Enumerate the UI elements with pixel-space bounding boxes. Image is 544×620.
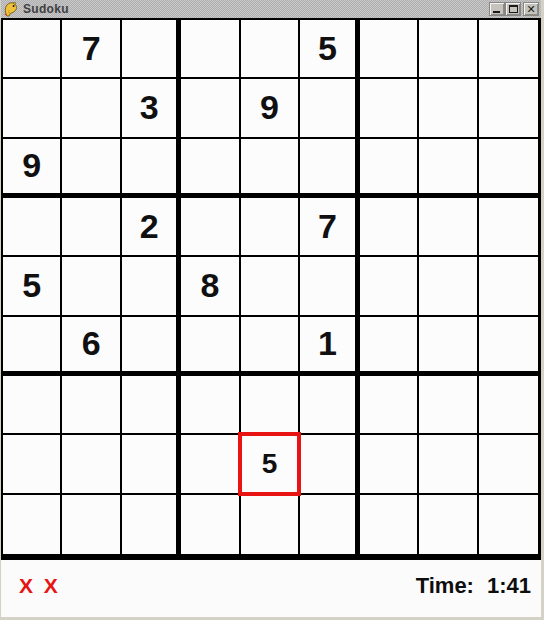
cell-r7c4[interactable] xyxy=(181,376,240,435)
cell-r8c8[interactable] xyxy=(419,435,478,494)
cell-r8c5[interactable]: 5 xyxy=(241,435,300,494)
title-bar[interactable]: Sudoku ✕ xyxy=(1,0,541,18)
app-icon xyxy=(3,1,19,17)
cell-r6c6[interactable]: 1 xyxy=(300,317,359,376)
maximize-icon xyxy=(509,5,518,13)
cell-r1c7[interactable] xyxy=(360,20,419,79)
cell-r5c3[interactable] xyxy=(122,257,181,316)
cell-r1c8[interactable] xyxy=(419,20,478,79)
cell-r6c5[interactable] xyxy=(241,317,300,376)
cell-r1c4[interactable] xyxy=(181,20,240,79)
cell-r7c8[interactable] xyxy=(419,376,478,435)
timer-value: 1:41 xyxy=(487,573,531,599)
cell-r4c1[interactable] xyxy=(3,198,62,257)
cell-r5c6[interactable] xyxy=(300,257,359,316)
cell-r5c8[interactable] xyxy=(419,257,478,316)
sudoku-window: Sudoku ✕ 753992758615 X X Time: 1:41 xyxy=(0,0,544,620)
close-button[interactable]: ✕ xyxy=(523,2,539,16)
cell-r2c7[interactable] xyxy=(360,79,419,138)
cell-r4c8[interactable] xyxy=(419,198,478,257)
cell-r3c5[interactable] xyxy=(241,139,300,198)
minimize-icon xyxy=(493,11,500,13)
close-icon: ✕ xyxy=(526,4,535,15)
window-title: Sudoku xyxy=(23,2,69,16)
cell-r4c6[interactable]: 7 xyxy=(300,198,359,257)
cell-r2c1[interactable] xyxy=(3,79,62,138)
cell-r3c3[interactable] xyxy=(122,139,181,198)
timer: Time: 1:41 xyxy=(416,573,531,599)
cell-r4c5[interactable] xyxy=(241,198,300,257)
cell-r2c9[interactable] xyxy=(479,79,538,138)
cell-r2c4[interactable] xyxy=(181,79,240,138)
cell-r5c4[interactable]: 8 xyxy=(181,257,240,316)
cell-r3c7[interactable] xyxy=(360,139,419,198)
cell-r6c7[interactable] xyxy=(360,317,419,376)
cell-r5c9[interactable] xyxy=(479,257,538,316)
cell-r7c6[interactable] xyxy=(300,376,359,435)
cell-r1c3[interactable] xyxy=(122,20,181,79)
cell-r8c2[interactable] xyxy=(62,435,121,494)
cell-r6c4[interactable] xyxy=(181,317,240,376)
cell-r4c9[interactable] xyxy=(479,198,538,257)
cell-r2c8[interactable] xyxy=(419,79,478,138)
cell-r9c3[interactable] xyxy=(122,495,181,554)
cell-r9c8[interactable] xyxy=(419,495,478,554)
cell-r1c9[interactable] xyxy=(479,20,538,79)
cell-r3c8[interactable] xyxy=(419,139,478,198)
cell-r7c7[interactable] xyxy=(360,376,419,435)
cell-r6c9[interactable] xyxy=(479,317,538,376)
cell-r3c9[interactable] xyxy=(479,139,538,198)
cell-r7c3[interactable] xyxy=(122,376,181,435)
cell-r6c1[interactable] xyxy=(3,317,62,376)
cell-r1c6[interactable]: 5 xyxy=(300,20,359,79)
cell-r5c5[interactable] xyxy=(241,257,300,316)
cell-r9c9[interactable] xyxy=(479,495,538,554)
cell-r5c1[interactable]: 5 xyxy=(3,257,62,316)
cell-r3c6[interactable] xyxy=(300,139,359,198)
sudoku-grid: 753992758615 xyxy=(1,18,541,560)
cell-r2c6[interactable] xyxy=(300,79,359,138)
maximize-button[interactable] xyxy=(505,2,521,16)
mistake-marks: X X xyxy=(19,574,59,598)
cell-r4c2[interactable] xyxy=(62,198,121,257)
cell-r8c3[interactable] xyxy=(122,435,181,494)
cell-r2c3[interactable]: 3 xyxy=(122,79,181,138)
cell-r9c7[interactable] xyxy=(360,495,419,554)
cell-r1c1[interactable] xyxy=(3,20,62,79)
cell-r9c6[interactable] xyxy=(300,495,359,554)
cell-r8c4[interactable] xyxy=(181,435,240,494)
cell-r8c1[interactable] xyxy=(3,435,62,494)
cell-r5c2[interactable] xyxy=(62,257,121,316)
cell-r6c3[interactable] xyxy=(122,317,181,376)
cell-r8c9[interactable] xyxy=(479,435,538,494)
cell-r8c6[interactable] xyxy=(300,435,359,494)
cell-r9c1[interactable] xyxy=(3,495,62,554)
cell-r4c7[interactable] xyxy=(360,198,419,257)
cell-r1c5[interactable] xyxy=(241,20,300,79)
timer-label: Time: xyxy=(416,573,474,599)
cell-r4c4[interactable] xyxy=(181,198,240,257)
cell-r6c2[interactable]: 6 xyxy=(62,317,121,376)
status-bar: X X Time: 1:41 xyxy=(1,560,541,617)
cell-r7c1[interactable] xyxy=(3,376,62,435)
cell-r7c9[interactable] xyxy=(479,376,538,435)
cell-r9c2[interactable] xyxy=(62,495,121,554)
cell-r3c2[interactable] xyxy=(62,139,121,198)
cell-r5c7[interactable] xyxy=(360,257,419,316)
cell-r4c3[interactable]: 2 xyxy=(122,198,181,257)
cell-r1c2[interactable]: 7 xyxy=(62,20,121,79)
cell-r2c5[interactable]: 9 xyxy=(241,79,300,138)
cell-r6c8[interactable] xyxy=(419,317,478,376)
cell-r7c2[interactable] xyxy=(62,376,121,435)
cell-r2c2[interactable] xyxy=(62,79,121,138)
window-controls: ✕ xyxy=(489,2,539,16)
cell-r7c5[interactable] xyxy=(241,376,300,435)
minimize-button[interactable] xyxy=(489,2,505,16)
cell-r3c4[interactable] xyxy=(181,139,240,198)
cell-r3c1[interactable]: 9 xyxy=(3,139,62,198)
cell-r9c5[interactable] xyxy=(241,495,300,554)
cell-r9c4[interactable] xyxy=(181,495,240,554)
cell-r8c7[interactable] xyxy=(360,435,419,494)
